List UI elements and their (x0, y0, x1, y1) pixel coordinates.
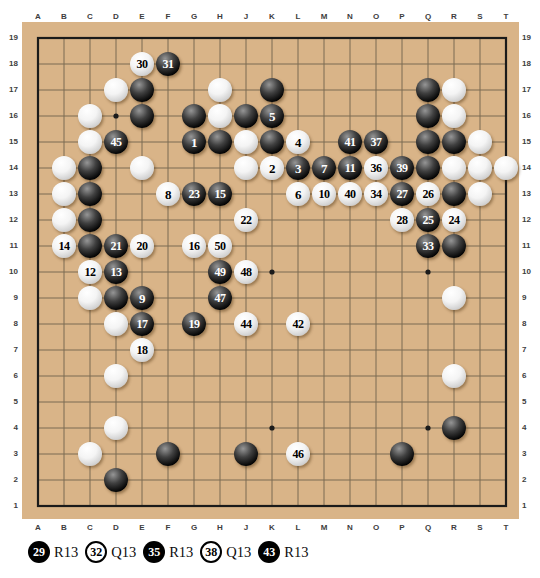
stone-number: 14 (59, 240, 70, 252)
row-label-left-8: 8 (0, 317, 18, 331)
stone-number: 28 (397, 214, 408, 226)
row-label-right-3: 3 (522, 447, 540, 461)
stone-T14 (494, 156, 518, 180)
row-label-left-1: 1 (0, 499, 18, 513)
stone-Q12: 25 (416, 208, 440, 232)
row-label-left-16: 16 (0, 109, 18, 123)
stone-L8: 42 (286, 312, 310, 336)
stone-H11: 50 (208, 234, 232, 258)
stone-E17 (130, 78, 154, 102)
caption-point-35: R13 (169, 544, 193, 561)
stone-S15 (468, 130, 492, 154)
row-label-left-11: 11 (0, 239, 18, 253)
col-label-bottom-K: K (259, 521, 285, 535)
stone-C3 (78, 442, 102, 466)
stone-S14 (468, 156, 492, 180)
row-label-right-18: 18 (522, 57, 540, 71)
row-label-right-12: 12 (522, 213, 540, 227)
row-label-right-5: 5 (522, 395, 540, 409)
stone-G16 (182, 104, 206, 128)
stone-number: 33 (423, 240, 434, 252)
stone-H15 (208, 130, 232, 154)
stone-C10: 12 (78, 260, 102, 284)
stone-J12: 22 (234, 208, 258, 232)
stone-number: 17 (137, 318, 148, 330)
row-label-left-6: 6 (0, 369, 18, 383)
row-label-left-3: 3 (0, 447, 18, 461)
stone-number: 41 (345, 136, 356, 148)
caption-point-38: Q13 (226, 544, 251, 561)
stone-K14: 2 (260, 156, 284, 180)
row-label-right-6: 6 (522, 369, 540, 383)
stone-number: 22 (241, 214, 252, 226)
col-label-bottom-E: E (129, 521, 155, 535)
stone-number: 30 (137, 58, 148, 70)
stone-E16 (130, 104, 154, 128)
stone-number: 42 (293, 318, 304, 330)
stone-number: 16 (189, 240, 200, 252)
stone-R12: 24 (442, 208, 466, 232)
stone-Q15 (416, 130, 440, 154)
stone-E14 (130, 156, 154, 180)
stone-L14: 3 (286, 156, 310, 180)
stone-number: 8 (165, 187, 171, 200)
stone-D11: 21 (104, 234, 128, 258)
stone-number: 13 (111, 266, 122, 278)
stone-number: 7 (321, 161, 327, 174)
stone-number: 31 (163, 58, 174, 70)
stone-number: 9 (139, 291, 145, 304)
stone-number: 5 (269, 109, 275, 122)
stone-F18: 31 (156, 52, 180, 76)
row-label-right-10: 10 (522, 265, 540, 279)
col-label-bottom-M: M (311, 521, 337, 535)
stone-number: 37 (371, 136, 382, 148)
stone-M14: 7 (312, 156, 336, 180)
go-board: 3031545144137237113639823156104034272622… (22, 22, 519, 519)
stone-number: 45 (111, 136, 122, 148)
stone-K17 (260, 78, 284, 102)
stone-number: 46 (293, 448, 304, 460)
stone-D10: 13 (104, 260, 128, 284)
row-label-right-14: 14 (522, 161, 540, 175)
stone-C14 (78, 156, 102, 180)
col-label-bottom-G: G (181, 521, 207, 535)
stone-O15: 37 (364, 130, 388, 154)
stone-H13: 15 (208, 182, 232, 206)
stone-C13 (78, 182, 102, 206)
row-label-left-9: 9 (0, 291, 18, 305)
stone-number: 10 (319, 188, 330, 200)
move-caption: 29R1332Q1335R1338Q1343R13 (28, 539, 315, 565)
col-label-bottom-R: R (441, 521, 467, 535)
col-label-bottom-O: O (363, 521, 389, 535)
stone-H17 (208, 78, 232, 102)
caption-point-32: Q13 (111, 544, 136, 561)
stone-R11 (442, 234, 466, 258)
stone-Q17 (416, 78, 440, 102)
stone-G8: 19 (182, 312, 206, 336)
stone-number: 15 (215, 188, 226, 200)
stone-B13 (52, 182, 76, 206)
caption-stone-29: 29 (28, 541, 50, 563)
row-label-left-19: 19 (0, 31, 18, 45)
row-label-right-7: 7 (522, 343, 540, 357)
stone-C11 (78, 234, 102, 258)
col-label-bottom-N: N (337, 521, 363, 535)
stone-B11: 14 (52, 234, 76, 258)
stone-D15: 45 (104, 130, 128, 154)
stone-J8: 44 (234, 312, 258, 336)
stone-R6 (442, 364, 466, 388)
caption-point-43: R13 (284, 544, 308, 561)
row-label-left-7: 7 (0, 343, 18, 357)
stone-C12 (78, 208, 102, 232)
stone-B14 (52, 156, 76, 180)
stone-R4 (442, 416, 466, 440)
stone-D17 (104, 78, 128, 102)
stone-number: 12 (85, 266, 96, 278)
stone-number: 19 (189, 318, 200, 330)
stone-N15: 41 (338, 130, 362, 154)
col-label-bottom-F: F (155, 521, 181, 535)
col-label-bottom-J: J (233, 521, 259, 535)
row-label-left-10: 10 (0, 265, 18, 279)
stone-K16: 5 (260, 104, 284, 128)
row-label-left-12: 12 (0, 213, 18, 227)
row-label-left-4: 4 (0, 421, 18, 435)
stone-D4 (104, 416, 128, 440)
stone-J15 (234, 130, 258, 154)
stone-P14: 39 (390, 156, 414, 180)
stone-G13: 23 (182, 182, 206, 206)
stone-O13: 34 (364, 182, 388, 206)
stone-Q11: 33 (416, 234, 440, 258)
stone-G11: 16 (182, 234, 206, 258)
stone-J3 (234, 442, 258, 466)
row-label-left-5: 5 (0, 395, 18, 409)
stone-number: 18 (137, 344, 148, 356)
stone-R9 (442, 286, 466, 310)
row-label-right-8: 8 (522, 317, 540, 331)
caption-stone-35: 35 (143, 541, 165, 563)
stone-F13: 8 (156, 182, 180, 206)
stone-number: 6 (295, 187, 301, 200)
col-label-bottom-T: T (493, 521, 519, 535)
stone-M13: 10 (312, 182, 336, 206)
stone-number: 1 (191, 135, 197, 148)
caption-stone-32: 32 (85, 541, 107, 563)
stone-number: 21 (111, 240, 122, 252)
row-label-left-14: 14 (0, 161, 18, 175)
stone-C9 (78, 286, 102, 310)
row-label-right-17: 17 (522, 83, 540, 97)
stone-Q16 (416, 104, 440, 128)
stone-number: 27 (397, 188, 408, 200)
stone-E9: 9 (130, 286, 154, 310)
stone-number: 2 (269, 161, 275, 174)
col-label-bottom-C: C (77, 521, 103, 535)
stone-number: 47 (215, 292, 226, 304)
stone-number: 34 (371, 188, 382, 200)
stone-P12: 28 (390, 208, 414, 232)
row-label-right-15: 15 (522, 135, 540, 149)
row-label-right-16: 16 (522, 109, 540, 123)
stone-number: 20 (137, 240, 148, 252)
stone-E8: 17 (130, 312, 154, 336)
stone-R16 (442, 104, 466, 128)
stone-number: 50 (215, 240, 226, 252)
stone-O14: 36 (364, 156, 388, 180)
stone-Q13: 26 (416, 182, 440, 206)
stone-R14 (442, 156, 466, 180)
row-label-left-13: 13 (0, 187, 18, 201)
stone-L3: 46 (286, 442, 310, 466)
stone-P13: 27 (390, 182, 414, 206)
row-label-right-1: 1 (522, 499, 540, 513)
stone-H10: 49 (208, 260, 232, 284)
stone-K15 (260, 130, 284, 154)
stone-J10: 48 (234, 260, 258, 284)
row-label-right-11: 11 (522, 239, 540, 253)
col-label-bottom-D: D (103, 521, 129, 535)
stone-number: 3 (295, 161, 301, 174)
go-diagram-page: ABCDEFGHJKLMNOPQRST ABCDEFGHJKLMNOPQRST … (0, 0, 540, 578)
stone-P3 (390, 442, 414, 466)
stone-number: 25 (423, 214, 434, 226)
stone-Q14 (416, 156, 440, 180)
stone-E7: 18 (130, 338, 154, 362)
stone-B12 (52, 208, 76, 232)
col-label-bottom-A: A (25, 521, 51, 535)
col-label-bottom-S: S (467, 521, 493, 535)
stone-number: 39 (397, 162, 408, 174)
stone-layer: 3031545144137237113639823156104034272622… (25, 25, 519, 519)
row-label-right-19: 19 (522, 31, 540, 45)
stone-D2 (104, 468, 128, 492)
stone-number: 48 (241, 266, 252, 278)
stone-E18: 30 (130, 52, 154, 76)
stone-L13: 6 (286, 182, 310, 206)
stone-H9: 47 (208, 286, 232, 310)
stone-G15: 1 (182, 130, 206, 154)
stone-number: 26 (423, 188, 434, 200)
col-label-bottom-B: B (51, 521, 77, 535)
row-label-left-17: 17 (0, 83, 18, 97)
stone-H16 (208, 104, 232, 128)
stone-number: 44 (241, 318, 252, 330)
caption-stone-38: 38 (200, 541, 222, 563)
stone-D6 (104, 364, 128, 388)
stone-R13 (442, 182, 466, 206)
stone-number: 24 (449, 214, 460, 226)
stone-J16 (234, 104, 258, 128)
stone-R17 (442, 78, 466, 102)
stone-L15: 4 (286, 130, 310, 154)
col-label-bottom-P: P (389, 521, 415, 535)
row-label-right-2: 2 (522, 473, 540, 487)
stone-R15 (442, 130, 466, 154)
row-label-left-18: 18 (0, 57, 18, 71)
stone-D8 (104, 312, 128, 336)
row-label-left-15: 15 (0, 135, 18, 149)
stone-number: 36 (371, 162, 382, 174)
stone-S13 (468, 182, 492, 206)
col-label-bottom-H: H (207, 521, 233, 535)
stone-D9 (104, 286, 128, 310)
stone-N14: 11 (338, 156, 362, 180)
stone-E11: 20 (130, 234, 154, 258)
caption-stone-43: 43 (258, 541, 280, 563)
stone-number: 40 (345, 188, 356, 200)
stone-number: 4 (295, 135, 301, 148)
stone-number: 23 (189, 188, 200, 200)
row-label-right-9: 9 (522, 291, 540, 305)
stone-number: 49 (215, 266, 226, 278)
row-label-left-2: 2 (0, 473, 18, 487)
stone-N13: 40 (338, 182, 362, 206)
stone-J14 (234, 156, 258, 180)
row-label-right-4: 4 (522, 421, 540, 435)
stone-C15 (78, 130, 102, 154)
stone-C16 (78, 104, 102, 128)
col-label-bottom-L: L (285, 521, 311, 535)
stone-number: 11 (345, 162, 355, 174)
row-label-right-13: 13 (522, 187, 540, 201)
stone-F3 (156, 442, 180, 466)
caption-point-29: R13 (54, 544, 78, 561)
col-label-bottom-Q: Q (415, 521, 441, 535)
